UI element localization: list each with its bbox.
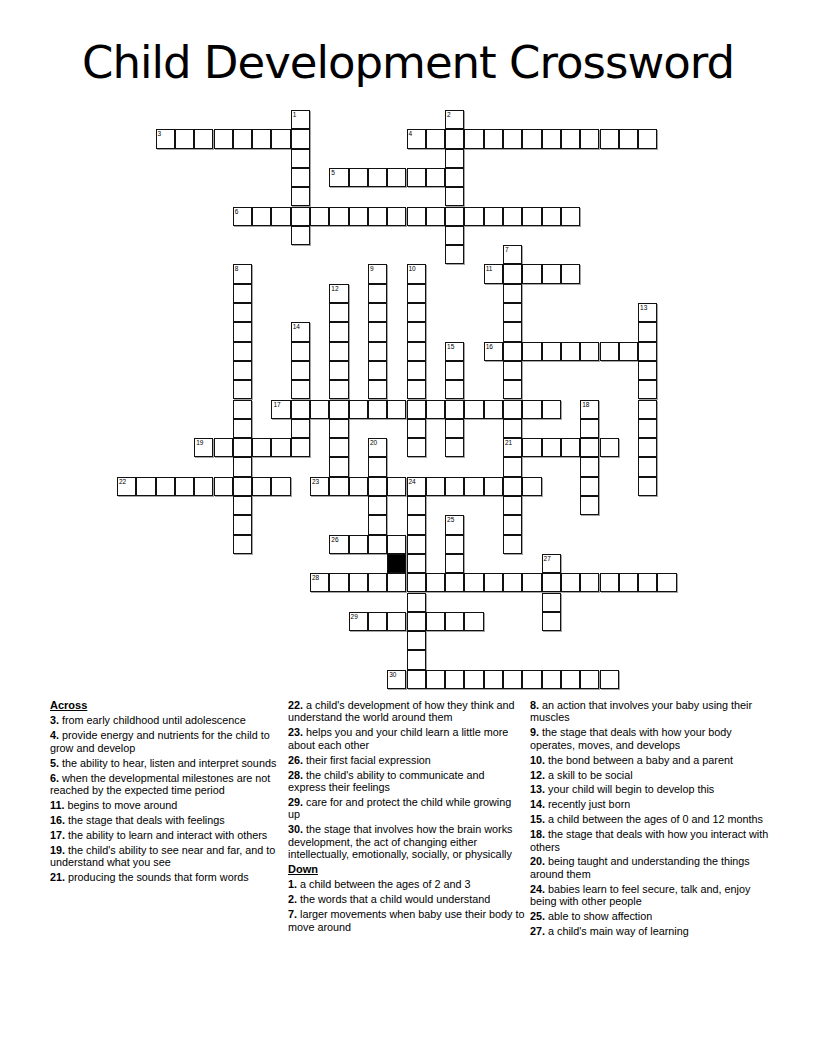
grid-cell[interactable] bbox=[368, 168, 387, 187]
grid-cell[interactable] bbox=[445, 226, 464, 245]
grid-cell[interactable]: 29 bbox=[349, 612, 368, 631]
grid-cell[interactable] bbox=[407, 535, 426, 554]
grid-cell[interactable] bbox=[542, 264, 561, 283]
grid-cell[interactable]: 15 bbox=[445, 342, 464, 361]
clue-number: 5. bbox=[50, 757, 59, 769]
grid-cell[interactable] bbox=[580, 129, 599, 148]
grid-cell[interactable] bbox=[522, 264, 541, 283]
grid-cell[interactable] bbox=[503, 207, 522, 226]
grid-cell[interactable] bbox=[503, 419, 522, 438]
grid-cell[interactable] bbox=[580, 457, 599, 476]
clue-item: 28. the child's ability to communicate a… bbox=[288, 769, 525, 794]
grid-cell[interactable] bbox=[329, 400, 348, 419]
grid-cell[interactable] bbox=[233, 438, 252, 457]
grid-cell[interactable]: 7 bbox=[503, 245, 522, 264]
grid-cell[interactable] bbox=[445, 245, 464, 264]
grid-cell[interactable] bbox=[445, 149, 464, 168]
clue-number: 23. bbox=[288, 726, 303, 738]
grid-cell[interactable] bbox=[329, 380, 348, 399]
grid-cell[interactable]: 24 bbox=[407, 477, 426, 496]
grid-cell[interactable] bbox=[445, 168, 464, 187]
grid-cell[interactable] bbox=[407, 515, 426, 534]
grid-cell[interactable] bbox=[233, 400, 252, 419]
grid-cell[interactable] bbox=[233, 284, 252, 303]
grid-cell[interactable] bbox=[291, 149, 310, 168]
grid-cell[interactable]: 2 bbox=[445, 110, 464, 129]
grid-cell[interactable] bbox=[329, 361, 348, 380]
grid-cell[interactable] bbox=[271, 477, 290, 496]
grid-cell[interactable] bbox=[368, 515, 387, 534]
grid-cell[interactable] bbox=[407, 496, 426, 515]
grid-cell[interactable] bbox=[291, 168, 310, 187]
grid-cell[interactable] bbox=[522, 129, 541, 148]
grid-cell[interactable] bbox=[426, 400, 445, 419]
grid-cell[interactable] bbox=[329, 342, 348, 361]
grid-cell[interactable] bbox=[233, 419, 252, 438]
grid-cell[interactable] bbox=[271, 129, 290, 148]
grid-cell[interactable] bbox=[445, 438, 464, 457]
grid-cell[interactable] bbox=[638, 322, 657, 341]
cell-number: 28 bbox=[312, 574, 319, 582]
grid-cell[interactable] bbox=[522, 342, 541, 361]
grid-cell[interactable] bbox=[387, 207, 406, 226]
grid-cell[interactable]: 25 bbox=[445, 515, 464, 534]
grid-cell[interactable] bbox=[407, 670, 426, 689]
grid-cell[interactable] bbox=[503, 496, 522, 515]
grid-cell[interactable] bbox=[368, 535, 387, 554]
grid-cell[interactable] bbox=[561, 264, 580, 283]
grid-cell[interactable] bbox=[503, 400, 522, 419]
clue-number: 9. bbox=[530, 726, 539, 738]
cell-number: 29 bbox=[351, 613, 358, 621]
grid-cell[interactable] bbox=[445, 612, 464, 631]
grid-cell[interactable] bbox=[349, 400, 368, 419]
grid-cell[interactable] bbox=[542, 400, 561, 419]
clue-number: 20. bbox=[530, 855, 545, 867]
grid-cell[interactable] bbox=[291, 438, 310, 457]
grid-cell[interactable] bbox=[445, 535, 464, 554]
cell-number: 23 bbox=[312, 478, 319, 486]
grid-cell[interactable] bbox=[368, 361, 387, 380]
clue-item: 15. a child between the ages of 0 and 12… bbox=[530, 813, 773, 825]
grid-cell[interactable] bbox=[175, 477, 194, 496]
clue-column-across: Across3. from early childhood until adol… bbox=[50, 699, 284, 886]
grid-cell[interactable] bbox=[233, 361, 252, 380]
cell-number: 6 bbox=[235, 208, 239, 216]
clue-column-down: 8. an action that involves your baby usi… bbox=[530, 699, 773, 940]
grid-cell[interactable] bbox=[233, 129, 252, 148]
grid-cell[interactable] bbox=[368, 380, 387, 399]
grid-cell[interactable]: 10 bbox=[407, 264, 426, 283]
grid-cell[interactable] bbox=[580, 670, 599, 689]
grid-cell[interactable] bbox=[600, 573, 619, 592]
grid-cell[interactable] bbox=[445, 670, 464, 689]
grid-cell[interactable]: 3 bbox=[156, 129, 175, 148]
grid-cell[interactable] bbox=[542, 129, 561, 148]
cell-number: 8 bbox=[235, 265, 239, 273]
grid-cell[interactable]: 14 bbox=[291, 322, 310, 341]
grid-cell[interactable] bbox=[271, 207, 290, 226]
grid-cell[interactable] bbox=[561, 438, 580, 457]
grid-cell[interactable] bbox=[329, 457, 348, 476]
clue-item: 4. provide energy and nutrients for the … bbox=[50, 729, 284, 754]
grid-cell[interactable] bbox=[407, 400, 426, 419]
grid-cell[interactable] bbox=[445, 554, 464, 573]
grid-cell[interactable] bbox=[407, 650, 426, 669]
grid-cell[interactable] bbox=[233, 342, 252, 361]
clue-item: 8. an action that involves your baby usi… bbox=[530, 699, 773, 724]
grid-cell[interactable] bbox=[368, 573, 387, 592]
grid-cell[interactable]: 5 bbox=[329, 168, 348, 187]
grid-cell[interactable] bbox=[484, 573, 503, 592]
grid-cell[interactable] bbox=[291, 342, 310, 361]
cell-number: 22 bbox=[119, 478, 126, 486]
grid-cell[interactable] bbox=[484, 670, 503, 689]
grid-cell[interactable] bbox=[464, 573, 483, 592]
grid-cell[interactable] bbox=[407, 573, 426, 592]
grid-cell[interactable] bbox=[600, 129, 619, 148]
grid-cell[interactable] bbox=[580, 438, 599, 457]
grid-cell[interactable] bbox=[368, 322, 387, 341]
grid-cell[interactable] bbox=[522, 573, 541, 592]
cell-number: 18 bbox=[582, 401, 589, 409]
grid-cell[interactable] bbox=[542, 612, 561, 631]
clue-item: 11. begins to move around bbox=[50, 799, 284, 811]
grid-cell[interactable] bbox=[638, 419, 657, 438]
grid-cell[interactable] bbox=[580, 496, 599, 515]
grid-cell[interactable] bbox=[368, 457, 387, 476]
grid-cell[interactable] bbox=[407, 303, 426, 322]
grid-cell[interactable] bbox=[407, 554, 426, 573]
grid-cell[interactable] bbox=[445, 361, 464, 380]
grid-cell[interactable] bbox=[638, 361, 657, 380]
grid-cell[interactable] bbox=[503, 342, 522, 361]
grid-cell[interactable] bbox=[426, 670, 445, 689]
clue-number: 14. bbox=[530, 798, 545, 810]
clue-column-middle: 22. a child's development of how they th… bbox=[288, 699, 525, 935]
grid-cell[interactable] bbox=[368, 477, 387, 496]
grid-cell[interactable] bbox=[368, 207, 387, 226]
grid-cell[interactable] bbox=[464, 207, 483, 226]
cell-number: 9 bbox=[370, 265, 374, 273]
grid-cell[interactable]: 11 bbox=[484, 264, 503, 283]
grid-cell[interactable] bbox=[407, 322, 426, 341]
clue-item: 23. helps you and your child learn a lit… bbox=[288, 726, 525, 751]
clue-number: 11. bbox=[50, 799, 64, 811]
clue-item: 18. the stage that deals with how you in… bbox=[530, 828, 773, 853]
grid-cell[interactable]: 17 bbox=[271, 400, 290, 419]
cell-number: 5 bbox=[331, 169, 335, 177]
grid-cell[interactable]: 30 bbox=[387, 670, 406, 689]
grid-cell[interactable] bbox=[368, 400, 387, 419]
grid-cell[interactable] bbox=[503, 264, 522, 283]
grid-cell[interactable] bbox=[349, 207, 368, 226]
grid-cell[interactable] bbox=[484, 129, 503, 148]
grid-cell[interactable] bbox=[542, 438, 561, 457]
clue-item: 26. their first facial expression bbox=[288, 754, 525, 766]
grid-cell[interactable]: 19 bbox=[194, 438, 213, 457]
grid-cell[interactable] bbox=[580, 477, 599, 496]
clue-number: 21. bbox=[50, 871, 65, 883]
grid-cell[interactable] bbox=[522, 400, 541, 419]
clue-item: 21. producing the sounds that form words bbox=[50, 871, 284, 883]
grid-cell[interactable] bbox=[349, 535, 368, 554]
grid-cell[interactable] bbox=[638, 457, 657, 476]
grid-cell[interactable] bbox=[368, 284, 387, 303]
grid-cell[interactable] bbox=[542, 573, 561, 592]
grid-cell[interactable] bbox=[503, 535, 522, 554]
grid-cell[interactable] bbox=[349, 477, 368, 496]
grid-cell[interactable] bbox=[233, 515, 252, 534]
grid-cell[interactable]: 28 bbox=[310, 573, 329, 592]
grid-cell[interactable]: 8 bbox=[233, 264, 252, 283]
grid-cell[interactable] bbox=[387, 400, 406, 419]
crossword-grid: 1234567891011121314151617181920212223242… bbox=[117, 110, 677, 690]
grid-cell[interactable] bbox=[638, 380, 657, 399]
grid-cell[interactable] bbox=[387, 535, 406, 554]
grid-cell[interactable] bbox=[368, 612, 387, 631]
clue-list-heading: Down bbox=[288, 863, 525, 875]
grid-cell[interactable] bbox=[214, 129, 233, 148]
grid-cell[interactable] bbox=[407, 438, 426, 457]
grid-cell[interactable] bbox=[252, 438, 271, 457]
grid-cell[interactable]: 13 bbox=[638, 303, 657, 322]
grid-cell[interactable] bbox=[561, 129, 580, 148]
grid-cell[interactable] bbox=[194, 129, 213, 148]
grid-cell[interactable] bbox=[387, 477, 406, 496]
grid-cell[interactable] bbox=[233, 322, 252, 341]
clue-number: 16. bbox=[50, 814, 65, 826]
clue-number: 2. bbox=[288, 893, 297, 905]
grid-cell[interactable] bbox=[407, 361, 426, 380]
grid-cell[interactable] bbox=[561, 342, 580, 361]
grid-cell[interactable] bbox=[407, 593, 426, 612]
grid-cell[interactable]: 20 bbox=[368, 438, 387, 457]
grid-cell[interactable] bbox=[156, 477, 175, 496]
grid-cell[interactable] bbox=[561, 670, 580, 689]
grid-cell[interactable] bbox=[503, 477, 522, 496]
grid-cell[interactable] bbox=[349, 168, 368, 187]
clue-item: 19. the child's ability to see near and … bbox=[50, 844, 284, 869]
grid-cell[interactable] bbox=[445, 129, 464, 148]
grid-cell[interactable] bbox=[464, 477, 483, 496]
grid-cell[interactable] bbox=[600, 438, 619, 457]
grid-cell[interactable]: 22 bbox=[117, 477, 136, 496]
grid-cell[interactable] bbox=[561, 573, 580, 592]
cell-number: 2 bbox=[447, 111, 451, 119]
grid-cell[interactable] bbox=[291, 129, 310, 148]
grid-cell[interactable] bbox=[387, 168, 406, 187]
grid-cell[interactable] bbox=[522, 670, 541, 689]
grid-cell[interactable] bbox=[387, 612, 406, 631]
grid-cell[interactable] bbox=[368, 342, 387, 361]
grid-cell[interactable] bbox=[522, 207, 541, 226]
grid-cell[interactable] bbox=[136, 477, 155, 496]
grid-cell[interactable] bbox=[445, 400, 464, 419]
grid-cell[interactable] bbox=[503, 303, 522, 322]
grid-cell[interactable] bbox=[619, 129, 638, 148]
grid-cell[interactable] bbox=[175, 129, 194, 148]
grid-cell[interactable] bbox=[426, 477, 445, 496]
grid-cell[interactable] bbox=[329, 573, 348, 592]
grid-cell[interactable] bbox=[542, 207, 561, 226]
grid-cell[interactable] bbox=[503, 380, 522, 399]
grid-cell[interactable] bbox=[619, 573, 638, 592]
grid-cell[interactable]: 6 bbox=[233, 207, 252, 226]
grid-cell[interactable] bbox=[349, 573, 368, 592]
grid-cell[interactable] bbox=[503, 670, 522, 689]
grid-cell[interactable] bbox=[484, 400, 503, 419]
clue-item: 24. babies learn to feel secure, talk an… bbox=[530, 883, 773, 908]
clue-number: 24. bbox=[530, 883, 545, 895]
grid-cell[interactable] bbox=[291, 361, 310, 380]
clue-number: 29. bbox=[288, 796, 303, 808]
grid-cell[interactable] bbox=[503, 361, 522, 380]
grid-cell[interactable]: 12 bbox=[329, 284, 348, 303]
grid-cell[interactable] bbox=[407, 419, 426, 438]
grid-cell[interactable] bbox=[638, 573, 657, 592]
cell-number: 21 bbox=[505, 439, 512, 447]
grid-cell[interactable] bbox=[426, 129, 445, 148]
grid-cell[interactable] bbox=[252, 129, 271, 148]
grid-cell[interactable] bbox=[291, 400, 310, 419]
grid-cell[interactable] bbox=[503, 457, 522, 476]
grid-cell[interactable] bbox=[291, 187, 310, 206]
grid-cell[interactable] bbox=[233, 303, 252, 322]
grid-cell[interactable] bbox=[445, 207, 464, 226]
grid-cell[interactable] bbox=[503, 284, 522, 303]
grid-cell[interactable] bbox=[542, 593, 561, 612]
grid-cell[interactable] bbox=[657, 573, 676, 592]
cell-number: 26 bbox=[331, 536, 338, 544]
grid-cell[interactable] bbox=[426, 573, 445, 592]
grid-cell[interactable] bbox=[503, 573, 522, 592]
grid-cell[interactable] bbox=[271, 438, 290, 457]
grid-cell[interactable] bbox=[445, 477, 464, 496]
clue-item: 7. larger movements when baby use their … bbox=[288, 908, 525, 933]
grid-cell[interactable] bbox=[445, 573, 464, 592]
grid-cell[interactable] bbox=[561, 207, 580, 226]
clue-item: 13. your child will begin to develop thi… bbox=[530, 783, 773, 795]
grid-cell[interactable] bbox=[503, 322, 522, 341]
grid-cell[interactable] bbox=[484, 477, 503, 496]
grid-cell[interactable] bbox=[600, 342, 619, 361]
grid-cell[interactable] bbox=[387, 573, 406, 592]
cell-number: 25 bbox=[447, 516, 454, 524]
grid-cell[interactable] bbox=[407, 168, 426, 187]
grid-cell[interactable] bbox=[464, 612, 483, 631]
grid-cell[interactable] bbox=[522, 477, 541, 496]
grid-cell[interactable] bbox=[214, 477, 233, 496]
cell-number: 11 bbox=[486, 265, 493, 273]
clue-item: 6. when the developmental milestones are… bbox=[50, 772, 284, 797]
grid-cell[interactable]: 18 bbox=[580, 400, 599, 419]
grid-cell[interactable] bbox=[638, 400, 657, 419]
cell-number: 7 bbox=[505, 246, 509, 254]
grid-cell[interactable]: 23 bbox=[310, 477, 329, 496]
grid-cell[interactable] bbox=[214, 438, 233, 457]
grid-cell[interactable] bbox=[329, 438, 348, 457]
grid-cell[interactable] bbox=[368, 496, 387, 515]
clue-number: 19. bbox=[50, 844, 65, 856]
grid-cell[interactable] bbox=[445, 419, 464, 438]
grid-cell[interactable] bbox=[233, 535, 252, 554]
grid-cell[interactable] bbox=[484, 207, 503, 226]
grid-cell[interactable] bbox=[522, 438, 541, 457]
clue-number: 25. bbox=[530, 910, 545, 922]
grid-cell[interactable] bbox=[291, 419, 310, 438]
grid-cell[interactable] bbox=[464, 400, 483, 419]
grid-cell[interactable] bbox=[407, 380, 426, 399]
grid-cell[interactable] bbox=[580, 342, 599, 361]
grid-cell[interactable] bbox=[503, 515, 522, 534]
grid-cell[interactable] bbox=[329, 322, 348, 341]
grid-cell[interactable]: 21 bbox=[503, 438, 522, 457]
grid-cell[interactable] bbox=[407, 631, 426, 650]
grid-cell[interactable] bbox=[407, 612, 426, 631]
grid-cell[interactable]: 1 bbox=[291, 110, 310, 129]
clue-item: 5. the ability to hear, listen and inter… bbox=[50, 757, 284, 769]
grid-cell[interactable] bbox=[407, 342, 426, 361]
grid-cell[interactable] bbox=[329, 303, 348, 322]
grid-cell[interactable] bbox=[233, 380, 252, 399]
grid-cell[interactable] bbox=[407, 284, 426, 303]
grid-cell[interactable] bbox=[600, 670, 619, 689]
grid-cell[interactable] bbox=[407, 207, 426, 226]
grid-cell[interactable]: 16 bbox=[484, 342, 503, 361]
grid-cell[interactable] bbox=[233, 496, 252, 515]
grid-cell[interactable] bbox=[291, 380, 310, 399]
grid-cell[interactable] bbox=[252, 207, 271, 226]
grid-cell[interactable] bbox=[329, 207, 348, 226]
grid-cell[interactable]: 9 bbox=[368, 264, 387, 283]
grid-cell[interactable] bbox=[580, 419, 599, 438]
grid-cell[interactable] bbox=[638, 477, 657, 496]
grid-cell[interactable] bbox=[310, 400, 329, 419]
grid-cell[interactable] bbox=[445, 380, 464, 399]
grid-cell[interactable] bbox=[426, 207, 445, 226]
grid-cell[interactable] bbox=[252, 477, 271, 496]
grid-cell[interactable] bbox=[329, 419, 348, 438]
grid-cell[interactable] bbox=[638, 438, 657, 457]
grid-cell[interactable] bbox=[638, 129, 657, 148]
grid-cell[interactable] bbox=[233, 477, 252, 496]
grid-cell[interactable] bbox=[503, 129, 522, 148]
grid-cell[interactable] bbox=[291, 207, 310, 226]
grid-cell[interactable] bbox=[310, 207, 329, 226]
grid-cell[interactable] bbox=[580, 573, 599, 592]
grid-cell[interactable] bbox=[464, 129, 483, 148]
grid-cell[interactable] bbox=[368, 303, 387, 322]
grid-cell[interactable] bbox=[445, 187, 464, 206]
grid-cell[interactable] bbox=[426, 168, 445, 187]
grid-cell[interactable] bbox=[291, 226, 310, 245]
grid-cell[interactable]: 27 bbox=[542, 554, 561, 573]
grid-cell[interactable] bbox=[233, 457, 252, 476]
grid-cell[interactable] bbox=[464, 670, 483, 689]
grid-cell[interactable] bbox=[542, 342, 561, 361]
grid-cell[interactable] bbox=[638, 342, 657, 361]
grid-cell[interactable]: 4 bbox=[407, 129, 426, 148]
grid-cell[interactable] bbox=[542, 670, 561, 689]
grid-cell[interactable] bbox=[426, 612, 445, 631]
grid-cell[interactable] bbox=[329, 477, 348, 496]
grid-cell[interactable] bbox=[194, 477, 213, 496]
grid-cell[interactable] bbox=[619, 342, 638, 361]
grid-cell[interactable]: 26 bbox=[329, 535, 348, 554]
cell-number: 10 bbox=[409, 265, 416, 273]
clue-item: 20. being taught and understanding the t… bbox=[530, 855, 773, 880]
